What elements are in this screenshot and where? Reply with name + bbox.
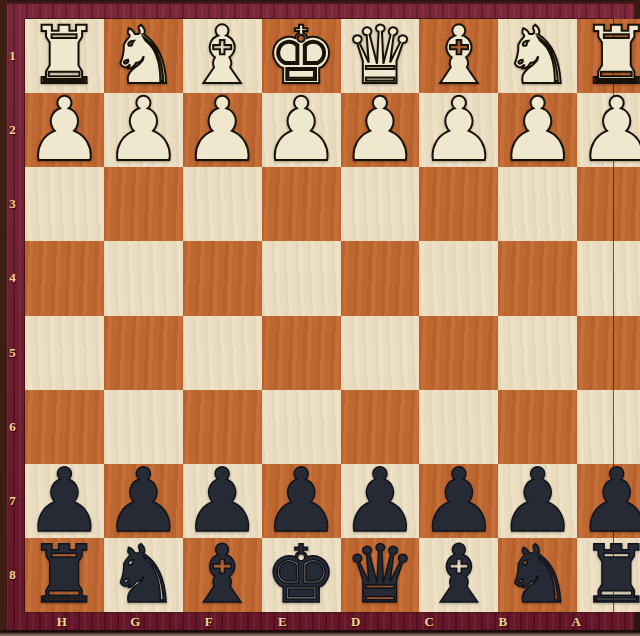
piece-black-pawn[interactable]: ♟ <box>25 464 104 538</box>
piece-black-bishop[interactable]: ♝ <box>186 538 258 612</box>
rank-label-4: 4 <box>0 241 25 315</box>
rank-label-3: 3 <box>0 167 25 241</box>
square-d4[interactable] <box>341 241 420 315</box>
square-d2[interactable]: ♟ <box>341 93 420 167</box>
square-b4[interactable] <box>498 241 577 315</box>
piece-black-pawn[interactable]: ♟ <box>183 464 262 538</box>
square-b2[interactable]: ♟ <box>498 93 577 167</box>
piece-black-queen[interactable]: ♛ <box>344 538 416 612</box>
piece-white-pawn[interactable]: ♟ <box>262 93 341 167</box>
rank-label-6: 6 <box>0 390 25 464</box>
square-f7[interactable]: ♟ <box>183 464 262 538</box>
piece-black-bishop[interactable]: ♝ <box>423 538 495 612</box>
square-g8[interactable]: ♞ <box>104 538 183 612</box>
piece-black-pawn[interactable]: ♟ <box>341 464 420 538</box>
piece-white-pawn[interactable]: ♟ <box>341 93 420 167</box>
square-e8[interactable]: ♚ <box>262 538 341 612</box>
square-b8[interactable]: ♞ <box>498 538 577 612</box>
piece-white-pawn[interactable]: ♟ <box>498 93 577 167</box>
square-e2[interactable]: ♟ <box>262 93 341 167</box>
piece-white-pawn[interactable]: ♟ <box>419 93 498 167</box>
square-c2[interactable]: ♟ <box>419 93 498 167</box>
frame-edge-top <box>0 0 640 4</box>
square-e7[interactable]: ♟ <box>262 464 341 538</box>
square-c7[interactable]: ♟ <box>419 464 498 538</box>
square-d8[interactable]: ♛ <box>341 538 420 612</box>
square-c8[interactable]: ♝ <box>419 538 498 612</box>
square-h2[interactable]: ♟ <box>25 93 104 167</box>
rank-labels: 12345678 <box>0 19 25 612</box>
rank-label-5: 5 <box>0 316 25 390</box>
rank-label-7: 7 <box>0 464 25 538</box>
piece-black-pawn[interactable]: ♟ <box>577 464 640 538</box>
square-a5[interactable] <box>577 316 640 390</box>
piece-black-pawn[interactable]: ♟ <box>262 464 341 538</box>
piece-black-rook[interactable]: ♜ <box>581 538 640 612</box>
square-e4[interactable] <box>262 241 341 315</box>
square-h4[interactable] <box>25 241 104 315</box>
square-g2[interactable]: ♟ <box>104 93 183 167</box>
square-f4[interactable] <box>183 241 262 315</box>
square-a7[interactable]: ♟ <box>577 464 640 538</box>
square-b5[interactable] <box>498 316 577 390</box>
piece-black-pawn[interactable]: ♟ <box>419 464 498 538</box>
rank-label-8: 8 <box>0 538 25 612</box>
square-g4[interactable] <box>104 241 183 315</box>
square-g7[interactable]: ♟ <box>104 464 183 538</box>
square-h8[interactable]: ♜ <box>25 538 104 612</box>
piece-black-pawn[interactable]: ♟ <box>104 464 183 538</box>
piece-white-pawn[interactable]: ♟ <box>183 93 262 167</box>
square-a4[interactable] <box>577 241 640 315</box>
piece-white-pawn[interactable]: ♟ <box>577 93 640 167</box>
square-a2[interactable]: ♟ <box>577 93 640 167</box>
piece-black-pawn[interactable]: ♟ <box>498 464 577 538</box>
square-f2[interactable]: ♟ <box>183 93 262 167</box>
square-b7[interactable]: ♟ <box>498 464 577 538</box>
piece-black-rook[interactable]: ♜ <box>29 538 101 612</box>
square-h7[interactable]: ♟ <box>25 464 104 538</box>
square-d7[interactable]: ♟ <box>341 464 420 538</box>
piece-white-pawn[interactable]: ♟ <box>104 93 183 167</box>
square-c4[interactable] <box>419 241 498 315</box>
square-e5[interactable] <box>262 316 341 390</box>
piece-black-knight[interactable]: ♞ <box>107 538 179 612</box>
piece-black-knight[interactable]: ♞ <box>502 538 574 612</box>
rank-label-1: 1 <box>0 19 25 93</box>
square-f8[interactable]: ♝ <box>183 538 262 612</box>
square-d5[interactable] <box>341 316 420 390</box>
piece-white-pawn[interactable]: ♟ <box>25 93 104 167</box>
chessboard-frame: 12345678 HGFEDCBA ♜♞♝♚♛♝♞♜♟♟♟♟♟♟♟♟♟♟♟♟♟♟… <box>0 0 640 636</box>
square-h5[interactable] <box>25 316 104 390</box>
square-g5[interactable] <box>104 316 183 390</box>
piece-black-king[interactable]: ♚ <box>265 538 337 612</box>
square-a8[interactable]: ♜ <box>577 538 640 612</box>
square-c5[interactable] <box>419 316 498 390</box>
chess-board: ♜♞♝♚♛♝♞♜♟♟♟♟♟♟♟♟♟♟♟♟♟♟♟♟♜♞♝♚♛♝♞♜ <box>25 19 613 612</box>
rank-label-2: 2 <box>0 93 25 167</box>
square-f5[interactable] <box>183 316 262 390</box>
